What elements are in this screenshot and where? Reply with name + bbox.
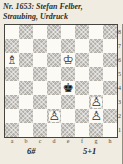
square-f8: [75, 25, 89, 39]
white-pawn-g2: ♙: [90, 109, 101, 123]
rank-label-6: 6: [118, 53, 121, 67]
rank-label-3: 3: [118, 95, 121, 109]
square-b2: [19, 109, 33, 123]
square-d5: [47, 67, 61, 81]
file-label-c: c: [33, 138, 47, 144]
square-f5: [75, 67, 89, 81]
square-e1: [61, 123, 75, 137]
square-h2: [103, 109, 117, 123]
square-b4: [19, 81, 33, 95]
white-pawn-d2: ♙: [48, 109, 59, 123]
problem-title-line1: Nr. 1653: Stefan Felber,: [3, 2, 121, 12]
square-g1: [89, 123, 103, 137]
square-c1: [33, 123, 47, 137]
rank-label-7: 7: [118, 39, 121, 53]
square-a3: [5, 95, 19, 109]
problem-header: Nr. 1653: Stefan Felber, Straubing, Urdr…: [3, 2, 121, 22]
square-f6: [75, 53, 89, 67]
square-h6: [103, 53, 117, 67]
square-f1: [75, 123, 89, 137]
square-c3: [33, 95, 47, 109]
square-b3: [19, 95, 33, 109]
square-f3: [75, 95, 89, 109]
square-a5: [5, 67, 19, 81]
square-g8: [89, 25, 103, 39]
square-h3: [103, 95, 117, 109]
file-label-b: b: [19, 138, 33, 144]
square-d3: [47, 95, 61, 109]
square-h8: [103, 25, 117, 39]
square-a4: [5, 81, 19, 95]
rank-label-4: 4: [118, 81, 121, 95]
material-count: 5+1: [83, 146, 96, 157]
rank-label-1: 1: [118, 123, 121, 137]
square-e5: [61, 67, 75, 81]
square-d4: [47, 81, 61, 95]
square-e2: [61, 109, 75, 123]
square-a2: [5, 109, 19, 123]
square-e6: ♔: [61, 53, 75, 67]
square-d2: ♙: [47, 109, 61, 123]
white-king-e6: ♔: [62, 53, 73, 67]
white-bishop-a6: ♗: [6, 53, 17, 67]
file-label-g: g: [89, 138, 103, 144]
square-a6: ♗: [5, 53, 19, 67]
square-f4: [75, 81, 89, 95]
square-d1: [47, 123, 61, 137]
file-label-f: f: [75, 138, 89, 144]
square-c4: [33, 81, 47, 95]
white-pawn-g3: ♙: [90, 95, 101, 109]
square-b1: [19, 123, 33, 137]
square-g3: ♙: [89, 95, 103, 109]
file-label-d: d: [47, 138, 61, 144]
square-e7: [61, 39, 75, 53]
file-label-a: a: [5, 138, 19, 144]
rank-label-2: 2: [118, 109, 121, 123]
square-c6: [33, 53, 47, 67]
rank-labels: 87654321: [118, 25, 121, 137]
file-label-e: e: [61, 138, 75, 144]
square-a7: [5, 39, 19, 53]
square-g6: [89, 53, 103, 67]
square-g5: [89, 67, 103, 81]
chess-board: ♗♔♚♙♙♙: [4, 24, 118, 138]
square-g2: ♙: [89, 109, 103, 123]
square-a1: [5, 123, 19, 137]
square-f7: [75, 39, 89, 53]
square-h7: [103, 39, 117, 53]
square-c5: [33, 67, 47, 81]
square-b6: [19, 53, 33, 67]
square-d7: [47, 39, 61, 53]
stipulation: 6#: [27, 146, 36, 157]
square-c2: [33, 109, 47, 123]
square-g7: [89, 39, 103, 53]
square-f2: [75, 109, 89, 123]
square-b8: [19, 25, 33, 39]
file-label-h: h: [103, 138, 117, 144]
square-b7: [19, 39, 33, 53]
column-rule: [122, 24, 123, 164]
square-b5: [19, 67, 33, 81]
square-g4: [89, 81, 103, 95]
square-d6: [47, 53, 61, 67]
square-d8: [47, 25, 61, 39]
square-h5: [103, 67, 117, 81]
rank-label-8: 8: [118, 25, 121, 39]
square-h4: [103, 81, 117, 95]
square-e3: [61, 95, 75, 109]
square-e8: [61, 25, 75, 39]
square-e4: ♚: [61, 81, 75, 95]
file-labels: abcdefgh: [5, 138, 117, 144]
problem-title-line2: Straubing, Urdruck: [3, 12, 121, 22]
black-king-e4: ♚: [62, 81, 73, 95]
square-c7: [33, 39, 47, 53]
square-c8: [33, 25, 47, 39]
rank-label-5: 5: [118, 67, 121, 81]
square-h1: [103, 123, 117, 137]
square-a8: [5, 25, 19, 39]
